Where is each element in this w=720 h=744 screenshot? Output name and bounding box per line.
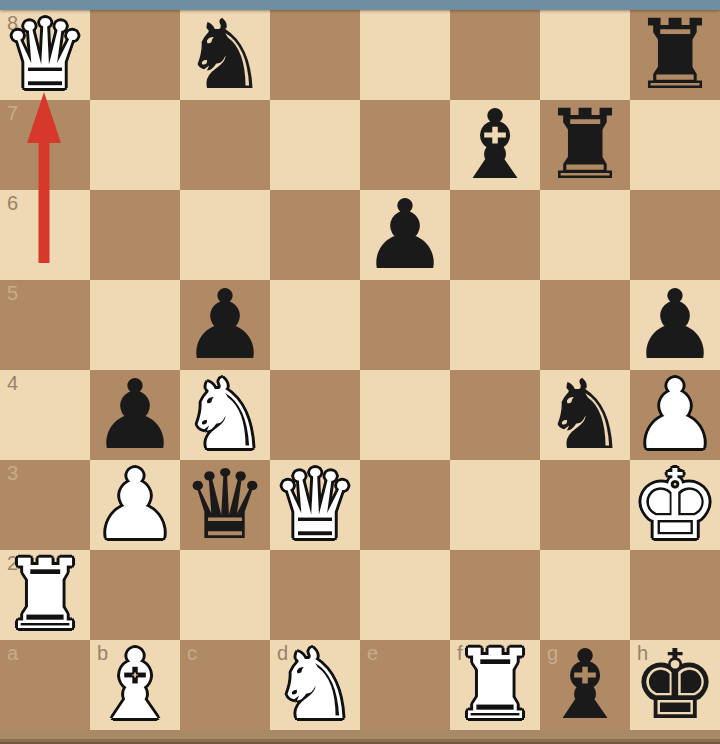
square-c4[interactable]: ♞ <box>180 370 270 460</box>
black-bishop[interactable]: ♝ <box>542 640 628 730</box>
square-g2[interactable] <box>540 550 630 640</box>
status-bar <box>0 0 720 10</box>
black-pawn[interactable]: ♟ <box>632 280 718 370</box>
file-label-e: e <box>367 643 378 663</box>
square-e1[interactable]: e <box>360 640 450 730</box>
chess-app-screen: 8♛♞♜7♝♜6♟5♟♟4♟♞♞♟3♟♛♛♚2♜ab♝cd♞ef♜g♝h♚ <box>0 0 720 744</box>
square-g4[interactable]: ♞ <box>540 370 630 460</box>
square-a2[interactable]: 2♜ <box>0 550 90 640</box>
square-h6[interactable] <box>630 190 720 280</box>
square-f7[interactable]: ♝ <box>450 100 540 190</box>
square-b8[interactable] <box>90 10 180 100</box>
black-king[interactable]: ♚ <box>632 640 718 730</box>
white-queen[interactable]: ♛ <box>2 10 88 100</box>
square-b3[interactable]: ♟ <box>90 460 180 550</box>
rank-label-6: 6 <box>7 193 18 213</box>
square-c5[interactable]: ♟ <box>180 280 270 370</box>
square-h8[interactable]: ♜ <box>630 10 720 100</box>
square-b1[interactable]: b♝ <box>90 640 180 730</box>
square-b7[interactable] <box>90 100 180 190</box>
square-b2[interactable] <box>90 550 180 640</box>
white-bishop[interactable]: ♝ <box>92 640 178 730</box>
chess-board: 8♛♞♜7♝♜6♟5♟♟4♟♞♞♟3♟♛♛♚2♜ab♝cd♞ef♜g♝h♚ <box>0 10 720 730</box>
square-b5[interactable] <box>90 280 180 370</box>
square-h3[interactable]: ♚ <box>630 460 720 550</box>
black-knight[interactable]: ♞ <box>542 370 628 460</box>
square-a4[interactable]: 4 <box>0 370 90 460</box>
white-rook[interactable]: ♜ <box>2 550 88 640</box>
square-f5[interactable] <box>450 280 540 370</box>
white-king[interactable]: ♚ <box>632 460 718 550</box>
black-pawn[interactable]: ♟ <box>92 370 178 460</box>
square-a5[interactable]: 5 <box>0 280 90 370</box>
rank-label-3: 3 <box>7 463 18 483</box>
square-d6[interactable] <box>270 190 360 280</box>
square-a6[interactable]: 6 <box>0 190 90 280</box>
square-e3[interactable] <box>360 460 450 550</box>
square-g7[interactable]: ♜ <box>540 100 630 190</box>
square-d3[interactable]: ♛ <box>270 460 360 550</box>
square-e6[interactable]: ♟ <box>360 190 450 280</box>
white-knight[interactable]: ♞ <box>272 640 358 730</box>
square-h1[interactable]: h♚ <box>630 640 720 730</box>
square-c1[interactable]: c <box>180 640 270 730</box>
square-f6[interactable] <box>450 190 540 280</box>
black-knight[interactable]: ♞ <box>182 10 268 100</box>
square-f3[interactable] <box>450 460 540 550</box>
square-c3[interactable]: ♛ <box>180 460 270 550</box>
square-d7[interactable] <box>270 100 360 190</box>
black-bishop[interactable]: ♝ <box>452 100 538 190</box>
square-a7[interactable]: 7 <box>0 100 90 190</box>
square-g1[interactable]: g♝ <box>540 640 630 730</box>
square-e2[interactable] <box>360 550 450 640</box>
square-e7[interactable] <box>360 100 450 190</box>
square-a3[interactable]: 3 <box>0 460 90 550</box>
square-f8[interactable] <box>450 10 540 100</box>
square-h5[interactable]: ♟ <box>630 280 720 370</box>
square-f2[interactable] <box>450 550 540 640</box>
square-g3[interactable] <box>540 460 630 550</box>
square-e4[interactable] <box>360 370 450 460</box>
white-queen[interactable]: ♛ <box>272 460 358 550</box>
square-c6[interactable] <box>180 190 270 280</box>
square-d8[interactable] <box>270 10 360 100</box>
square-b6[interactable] <box>90 190 180 280</box>
square-d5[interactable] <box>270 280 360 370</box>
square-b4[interactable]: ♟ <box>90 370 180 460</box>
black-rook[interactable]: ♜ <box>632 10 718 100</box>
black-queen[interactable]: ♛ <box>182 460 268 550</box>
black-pawn[interactable]: ♟ <box>182 280 268 370</box>
square-f1[interactable]: f♜ <box>450 640 540 730</box>
rank-label-5: 5 <box>7 283 18 303</box>
square-h7[interactable] <box>630 100 720 190</box>
board-area: 8♛♞♜7♝♜6♟5♟♟4♟♞♞♟3♟♛♛♚2♜ab♝cd♞ef♜g♝h♚ <box>0 10 720 730</box>
square-d1[interactable]: d♞ <box>270 640 360 730</box>
square-a1[interactable]: a <box>0 640 90 730</box>
square-g6[interactable] <box>540 190 630 280</box>
square-h4[interactable]: ♟ <box>630 370 720 460</box>
rank-label-4: 4 <box>7 373 18 393</box>
square-c8[interactable]: ♞ <box>180 10 270 100</box>
white-pawn[interactable]: ♟ <box>92 460 178 550</box>
white-rook[interactable]: ♜ <box>452 640 538 730</box>
white-knight[interactable]: ♞ <box>182 370 268 460</box>
square-g5[interactable] <box>540 280 630 370</box>
square-g8[interactable] <box>540 10 630 100</box>
square-e8[interactable] <box>360 10 450 100</box>
square-f4[interactable] <box>450 370 540 460</box>
square-c2[interactable] <box>180 550 270 640</box>
square-e5[interactable] <box>360 280 450 370</box>
black-rook[interactable]: ♜ <box>542 100 628 190</box>
white-pawn[interactable]: ♟ <box>632 370 718 460</box>
black-pawn[interactable]: ♟ <box>362 190 448 280</box>
square-h2[interactable] <box>630 550 720 640</box>
file-label-c: c <box>187 643 197 663</box>
square-c7[interactable] <box>180 100 270 190</box>
square-d2[interactable] <box>270 550 360 640</box>
square-a8[interactable]: 8♛ <box>0 10 90 100</box>
square-d4[interactable] <box>270 370 360 460</box>
